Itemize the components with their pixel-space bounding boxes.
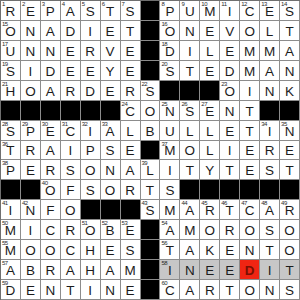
cell-letter: A	[61, 263, 80, 279]
cell-r2c10[interactable]: N	[180, 21, 200, 41]
cell-r5c1[interactable]: 21H	[1, 81, 21, 101]
cell-letter: F	[61, 183, 80, 199]
cell-r13c15[interactable]: O	[280, 240, 300, 260]
cell-letter: T	[280, 263, 299, 279]
cell-r14c6[interactable]: A	[101, 260, 121, 280]
cell-r6c9[interactable]: 25N	[160, 101, 180, 121]
cell-letter: R	[81, 44, 100, 60]
cell-r4c10[interactable]: T	[180, 61, 200, 81]
cell-r3c7[interactable]: E	[121, 41, 141, 61]
cell-r10c8[interactable]: T	[141, 180, 161, 200]
cell-letter: I	[220, 143, 239, 159]
black-cell-r6c15	[280, 101, 300, 121]
cell-letter: E	[220, 243, 239, 259]
cell-letter: T	[180, 64, 199, 80]
cell-r15c11[interactable]: R	[200, 280, 220, 300]
cell-r3c14[interactable]: M	[260, 41, 280, 61]
cell-r3c3[interactable]: N	[41, 41, 61, 61]
cell-r2c14[interactable]: L	[260, 21, 280, 41]
cell-letter: T	[141, 183, 160, 199]
cell-letter: T	[280, 163, 299, 179]
cell-letter: N	[21, 203, 40, 219]
cell-r6c12[interactable]: N	[220, 101, 240, 121]
cell-letter: A	[61, 4, 80, 20]
cell-r8c15[interactable]: E	[280, 141, 300, 161]
cell-letter: A	[180, 243, 199, 259]
cell-letter: D	[220, 64, 239, 80]
cell-r12c10[interactable]: M	[180, 220, 200, 240]
cell-letter: A	[160, 223, 179, 239]
cell-r9c12[interactable]: T	[220, 160, 240, 180]
cell-r2c6[interactable]: E	[101, 21, 121, 41]
cell-r1c9[interactable]: 8P	[160, 1, 180, 21]
cell-r3c12[interactable]: E	[220, 41, 240, 61]
cell-r12c9[interactable]: 54A	[160, 220, 180, 240]
cell-r7c15[interactable]: 35N	[280, 121, 300, 141]
cell-letter: T	[280, 24, 299, 40]
cell-letter: C	[61, 243, 80, 259]
cell-r2c3[interactable]: A	[41, 21, 61, 41]
cell-r11c3[interactable]: F	[41, 200, 61, 220]
cell-r6c13[interactable]: T	[240, 101, 260, 121]
cell-r15c12[interactable]: T	[220, 280, 240, 300]
cell-r3c11[interactable]: L	[200, 41, 220, 61]
cell-r4c15[interactable]: N	[280, 61, 300, 81]
cell-r9c8[interactable]: 39L	[141, 160, 161, 180]
cell-r14c3[interactable]: R	[41, 260, 61, 280]
cell-r1c6[interactable]: 6T	[101, 1, 121, 21]
cell-letter: T	[101, 4, 120, 20]
cell-r15c6[interactable]: N	[101, 280, 121, 300]
cell-letter: T	[220, 163, 239, 179]
cell-letter: M	[200, 4, 219, 20]
cell-r8c11[interactable]: L	[200, 141, 220, 161]
cell-letter: U	[180, 4, 199, 20]
cell-r14c9[interactable]: 58I	[160, 260, 180, 280]
cell-r9c11[interactable]: Y	[200, 160, 220, 180]
cell-r12c3[interactable]: C	[41, 220, 61, 240]
cell-letter: E	[220, 44, 239, 60]
cell-r6c11[interactable]: 27E	[200, 101, 220, 121]
black-cell-r10c13	[240, 180, 260, 200]
cell-r3c10[interactable]: I	[180, 41, 200, 61]
cell-letter: E	[220, 124, 239, 140]
cell-r8c9[interactable]: 37M	[160, 141, 180, 161]
cell-r3c2[interactable]: N	[21, 41, 41, 61]
cell-r8c4[interactable]: I	[61, 141, 81, 161]
cell-r8c7[interactable]: E	[121, 141, 141, 161]
cell-r7c6[interactable]: 33A	[101, 121, 121, 141]
cell-r12c6[interactable]: 52B	[101, 220, 121, 240]
black-cell-r10c12	[220, 180, 240, 200]
cell-letter: O	[240, 283, 259, 299]
cell-letter: C	[41, 223, 60, 239]
cell-r7c13[interactable]: T	[240, 121, 260, 141]
cell-letter: O	[280, 223, 299, 239]
cell-r11c9[interactable]: M	[160, 200, 180, 220]
cell-r3c4[interactable]: E	[61, 41, 81, 61]
cell-r4c9[interactable]: 20S	[160, 61, 180, 81]
cell-r13c14[interactable]: T	[260, 240, 280, 260]
cell-r3c1[interactable]: 17U	[1, 41, 21, 61]
cell-r12c4[interactable]: R	[61, 220, 81, 240]
cell-r3c6[interactable]: V	[101, 41, 121, 61]
cell-r4c3[interactable]: D	[41, 61, 61, 81]
cell-r14c11[interactable]: E	[200, 260, 220, 280]
cell-letter: I	[260, 124, 279, 140]
cell-letter: R	[41, 163, 60, 179]
cell-letter: A	[260, 203, 279, 219]
cell-r9c4[interactable]: S	[61, 160, 81, 180]
cell-r2c12[interactable]: V	[220, 21, 240, 41]
cell-r2c1[interactable]: 15O	[1, 21, 21, 41]
cell-letter: O	[1, 24, 20, 40]
cell-letter: N	[160, 104, 179, 120]
cell-r5c13[interactable]: I	[240, 81, 260, 101]
cell-letter: E	[200, 24, 219, 40]
cell-r8c2[interactable]: R	[21, 141, 41, 161]
cell-r10c4[interactable]: F	[61, 180, 81, 200]
cell-r15c7[interactable]: E	[121, 280, 141, 300]
cell-r7c11[interactable]: L	[200, 121, 220, 141]
cell-r11c10[interactable]: 44A	[180, 200, 200, 220]
cell-r11c2[interactable]: 42N	[21, 200, 41, 220]
cell-r3c9[interactable]: 18D	[160, 41, 180, 61]
cell-letter: D	[1, 283, 20, 299]
cell-r14c2[interactable]: B	[21, 260, 41, 280]
cell-r9c3[interactable]: R	[41, 160, 61, 180]
cell-r2c13[interactable]: O	[240, 21, 260, 41]
cell-letter: N	[101, 163, 120, 179]
black-cell-r15c8	[141, 280, 161, 300]
cell-letter: E	[200, 64, 219, 80]
black-cell-r3c8	[141, 41, 161, 61]
cell-r7c1[interactable]: 28S	[1, 121, 21, 141]
cell-r4c12[interactable]: D	[220, 61, 240, 81]
cell-r6c8[interactable]: O	[141, 101, 161, 121]
cell-r7c7[interactable]: L	[121, 121, 141, 141]
cell-r2c5[interactable]: I	[81, 21, 101, 41]
cell-r12c14[interactable]: S	[260, 220, 280, 240]
cell-r5c3[interactable]: A	[41, 81, 61, 101]
cell-r5c7[interactable]: R	[121, 81, 141, 101]
cell-r11c15[interactable]: 49R	[280, 200, 300, 220]
cell-r15c5[interactable]: I	[81, 280, 101, 300]
cell-r15c10[interactable]: A	[180, 280, 200, 300]
cell-r4c11[interactable]: E	[200, 61, 220, 81]
cell-letter: A	[41, 143, 60, 159]
black-cell-r6c2	[21, 101, 41, 121]
cell-letter: T	[61, 283, 80, 299]
cell-r4c6[interactable]: Y	[101, 61, 121, 81]
cell-r15c3[interactable]: N	[41, 280, 61, 300]
cell-r15c1[interactable]: 59D	[1, 280, 21, 300]
cell-r14c5[interactable]: H	[81, 260, 101, 280]
cell-r4c13[interactable]: M	[240, 61, 260, 81]
cell-r13c2[interactable]: O	[21, 240, 41, 260]
cell-r15c13[interactable]: O	[240, 280, 260, 300]
cell-letter: A	[101, 263, 120, 279]
cell-letter: I	[220, 4, 239, 20]
cell-letter: C	[240, 203, 259, 219]
cell-r6c10[interactable]: 26S	[180, 101, 200, 121]
cell-r5c4[interactable]: R	[61, 81, 81, 101]
cell-letter: E	[81, 64, 100, 80]
cell-r7c9[interactable]: U	[160, 121, 180, 141]
cell-letter: H	[81, 243, 100, 259]
cell-r8c5[interactable]: P	[81, 141, 101, 161]
cell-r13c10[interactable]: A	[180, 240, 200, 260]
cell-letter: R	[41, 263, 60, 279]
cell-r9c10[interactable]: T	[180, 160, 200, 180]
cell-r8c10[interactable]: O	[180, 141, 200, 161]
cell-r11c8[interactable]: 43S	[141, 200, 161, 220]
cell-r13c6[interactable]: E	[101, 240, 121, 260]
cell-letter: E	[200, 263, 219, 279]
cell-letter: E	[121, 143, 140, 159]
cell-letter: E	[240, 163, 259, 179]
cell-letter: S	[61, 163, 80, 179]
cell-r11c1[interactable]: 41I	[1, 200, 21, 220]
cell-r8c13[interactable]: E	[240, 141, 260, 161]
cell-letter: D	[61, 24, 80, 40]
cell-r7c12[interactable]: E	[220, 121, 240, 141]
cell-r1c14[interactable]: 13E	[260, 1, 280, 21]
cell-letter: I	[240, 84, 259, 100]
cell-r15c9[interactable]: 60C	[160, 280, 180, 300]
cell-letter: N	[220, 104, 239, 120]
cell-letter: O	[220, 84, 239, 100]
cell-letter: O	[61, 203, 80, 219]
cell-r4c4[interactable]: E	[61, 61, 81, 81]
cell-r10c6[interactable]: O	[101, 180, 121, 200]
cell-r9c5[interactable]: O	[81, 160, 101, 180]
cell-r15c2[interactable]: E	[21, 280, 41, 300]
cell-letter: D	[160, 44, 179, 60]
cell-r1c1[interactable]: 1R	[1, 1, 21, 21]
cell-r2c7[interactable]: T	[121, 21, 141, 41]
cell-r13c1[interactable]: 55M	[1, 240, 21, 260]
cell-r3c5[interactable]: R	[81, 41, 101, 61]
cell-r14c7[interactable]: M	[121, 260, 141, 280]
cell-r10c9[interactable]: S	[160, 180, 180, 200]
cell-r3c13[interactable]: M	[240, 41, 260, 61]
cell-r4c5[interactable]: E	[81, 61, 101, 81]
cell-letter: N	[41, 44, 60, 60]
cell-letter: M	[1, 223, 20, 239]
cell-letter: P	[81, 143, 100, 159]
cell-r7c8[interactable]: B	[141, 121, 161, 141]
black-cell-r11c5	[81, 200, 101, 220]
cell-r9c9[interactable]: I	[160, 160, 180, 180]
cell-r13c4[interactable]: C	[61, 240, 81, 260]
cell-r14c10[interactable]: N	[180, 260, 200, 280]
cell-letter: E	[101, 243, 120, 259]
cell-letter: E	[21, 163, 40, 179]
cell-letter: N	[180, 24, 199, 40]
cell-r11c14[interactable]: 48A	[260, 200, 280, 220]
cell-r9c15[interactable]: T	[280, 160, 300, 180]
cell-r12c11[interactable]: O	[200, 220, 220, 240]
cell-r8c12[interactable]: I	[220, 141, 240, 161]
cell-r8c6[interactable]: S	[101, 141, 121, 161]
cell-r2c9[interactable]: 16O	[160, 21, 180, 41]
cell-r4c1[interactable]: 19S	[1, 61, 21, 81]
cell-r12c1[interactable]: 50M	[1, 220, 21, 240]
cell-r1c11[interactable]: 10M	[200, 1, 220, 21]
cell-r2c11[interactable]: E	[200, 21, 220, 41]
cell-letter: E	[280, 143, 299, 159]
cell-r5c15[interactable]: K	[280, 81, 300, 101]
cell-letter: E	[101, 84, 120, 100]
cell-r14c12[interactable]: E	[220, 260, 240, 280]
cell-r2c4[interactable]: D	[61, 21, 81, 41]
cell-letter: M	[240, 64, 259, 80]
cell-r9c13[interactable]: E	[240, 160, 260, 180]
cell-letter: E	[260, 4, 279, 20]
cell-letter: E	[61, 64, 80, 80]
cell-r13c3[interactable]: O	[41, 240, 61, 260]
cell-r15c4[interactable]: T	[61, 280, 81, 300]
cell-letter: L	[200, 124, 219, 140]
cell-r2c2[interactable]: N	[21, 21, 41, 41]
cell-r7c10[interactable]: L	[180, 121, 200, 141]
black-cell-r6c4	[61, 101, 81, 121]
cell-letter: I	[81, 124, 100, 140]
cell-r1c2[interactable]: 2E	[21, 1, 41, 21]
cell-r14c1[interactable]: 57A	[1, 260, 21, 280]
cell-r5c6[interactable]: E	[101, 81, 121, 101]
cell-r7c4[interactable]: 31C	[61, 121, 81, 141]
cell-r7c2[interactable]: 29P	[21, 121, 41, 141]
cell-r4c14[interactable]: A	[260, 61, 280, 81]
cell-letter: S	[260, 223, 279, 239]
cell-r9c6[interactable]: N	[101, 160, 121, 180]
cell-r11c11[interactable]: 45R	[200, 200, 220, 220]
cell-r4c7[interactable]: E	[121, 61, 141, 81]
cell-r14c13[interactable]: D	[240, 260, 260, 280]
cell-r6c7[interactable]: 24C	[121, 101, 141, 121]
cell-r10c3[interactable]: 40O	[41, 180, 61, 200]
cell-letter: I	[1, 203, 20, 219]
cell-letter: L	[180, 124, 199, 140]
cell-letter: O	[81, 163, 100, 179]
black-cell-r10c10	[180, 180, 200, 200]
cell-r3c15[interactable]: A	[280, 41, 300, 61]
cell-r7c14[interactable]: 34I	[260, 121, 280, 141]
cell-letter: I	[160, 263, 179, 279]
cell-letter: O	[240, 223, 259, 239]
cell-r13c13[interactable]: N	[240, 240, 260, 260]
cell-r1c13[interactable]: 12C	[240, 1, 260, 21]
cell-r12c5[interactable]: 51O	[81, 220, 101, 240]
black-cell-r5c9	[160, 81, 180, 101]
cell-r13c7[interactable]: S	[121, 240, 141, 260]
cell-letter: P	[21, 124, 40, 140]
cell-r1c3[interactable]: 3P	[41, 1, 61, 21]
cell-r1c12[interactable]: 11I	[220, 1, 240, 21]
cell-r8c14[interactable]: R	[260, 141, 280, 161]
cell-r5c8[interactable]: 22S	[141, 81, 161, 101]
cell-letter: C	[240, 4, 259, 20]
cell-r12c15[interactable]: O	[280, 220, 300, 240]
cell-r5c12[interactable]: 23O	[220, 81, 240, 101]
cell-letter: T	[220, 203, 239, 219]
cell-letter: V	[101, 44, 120, 60]
cell-r9c7[interactable]: A	[121, 160, 141, 180]
cell-letter: N	[240, 243, 259, 259]
cell-letter: R	[121, 84, 140, 100]
cell-letter: D	[41, 64, 60, 80]
cell-r1c7[interactable]: 7S	[121, 1, 141, 21]
cell-letter: I	[81, 283, 100, 299]
cell-letter: O	[81, 223, 100, 239]
cell-letter: E	[121, 223, 140, 239]
cell-r11c4[interactable]: O	[61, 200, 81, 220]
cell-letter: S	[81, 4, 100, 20]
cell-r14c15[interactable]: T	[280, 260, 300, 280]
cell-letter: S	[160, 183, 179, 199]
cell-r5c14[interactable]: N	[260, 81, 280, 101]
cell-r12c13[interactable]: O	[240, 220, 260, 240]
cell-letter: R	[220, 223, 239, 239]
cell-letter: O	[280, 243, 299, 259]
cell-r11c12[interactable]: 46T	[220, 200, 240, 220]
cell-r12c12[interactable]: R	[220, 220, 240, 240]
crossword-puzzle: 1R2E3P4A5S6T7S8P9U10M11I12C13E14S15ONADI…	[0, 0, 300, 300]
cell-r15c15[interactable]: S	[280, 280, 300, 300]
cell-r1c15[interactable]: 14S	[280, 1, 300, 21]
cell-r10c7[interactable]: R	[121, 180, 141, 200]
cell-r5c5[interactable]: D	[81, 81, 101, 101]
cell-letter: T	[260, 243, 279, 259]
cell-r8c1[interactable]: 36T	[1, 141, 21, 161]
cell-r13c11[interactable]: K	[200, 240, 220, 260]
cell-r12c2[interactable]: I	[21, 220, 41, 240]
cell-r5c2[interactable]: O	[21, 81, 41, 101]
cell-r1c5[interactable]: 5S	[81, 1, 101, 21]
cell-r14c14[interactable]: I	[260, 260, 280, 280]
cell-r7c3[interactable]: 30E	[41, 121, 61, 141]
cell-letter: A	[41, 84, 60, 100]
cell-r9c1[interactable]: 38P	[1, 160, 21, 180]
black-cell-r10c15	[280, 180, 300, 200]
cell-r13c9[interactable]: 56T	[160, 240, 180, 260]
cell-r7c5[interactable]: 32I	[81, 121, 101, 141]
cell-r4c2[interactable]: I	[21, 61, 41, 81]
cell-r9c14[interactable]: S	[260, 160, 280, 180]
cell-r8c3[interactable]: A	[41, 141, 61, 161]
cell-letter: N	[280, 64, 299, 80]
cell-letter: R	[280, 203, 299, 219]
cell-r1c10[interactable]: 9U	[180, 1, 200, 21]
cell-letter: M	[180, 223, 199, 239]
cell-r9c2[interactable]: E	[21, 160, 41, 180]
cell-r13c5[interactable]: H	[81, 240, 101, 260]
cell-letter: L	[200, 44, 219, 60]
cell-letter: E	[200, 104, 219, 120]
cell-r10c5[interactable]: S	[81, 180, 101, 200]
cell-r1c4[interactable]: 4A	[61, 1, 81, 21]
cell-r12c7[interactable]: 53E	[121, 220, 141, 240]
cell-r13c12[interactable]: E	[220, 240, 240, 260]
cell-r11c13[interactable]: 47C	[240, 200, 260, 220]
cell-r2c15[interactable]: T	[280, 21, 300, 41]
cell-r14c4[interactable]: A	[61, 260, 81, 280]
cell-r15c14[interactable]: N	[260, 280, 280, 300]
black-cell-r2c8	[141, 21, 161, 41]
black-cell-r10c14	[260, 180, 280, 200]
